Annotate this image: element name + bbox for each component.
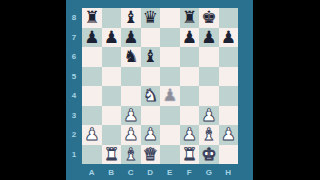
square-e5[interactable]: [160, 67, 180, 87]
white-piece-r-b1: ♜: [104, 145, 119, 165]
square-f7[interactable]: ♟: [180, 28, 200, 48]
white-piece-p-a2: ♟: [84, 125, 99, 145]
square-h1[interactable]: [219, 145, 239, 165]
square-a1[interactable]: [82, 145, 102, 165]
rank-label-8: 8: [66, 8, 82, 28]
square-h2[interactable]: ♟: [219, 125, 239, 145]
white-piece-p-f2: ♟: [182, 125, 197, 145]
square-a5[interactable]: [82, 67, 102, 87]
square-c8[interactable]: ♝: [121, 8, 141, 28]
square-c6[interactable]: ♞: [121, 47, 141, 67]
white-piece-r-f1: ♜: [182, 145, 197, 165]
square-g5[interactable]: [199, 67, 219, 87]
square-d1[interactable]: ♛: [141, 145, 161, 165]
square-a6[interactable]: [82, 47, 102, 67]
square-e2[interactable]: [160, 125, 180, 145]
square-a3[interactable]: [82, 106, 102, 126]
file-label-e: E: [160, 164, 180, 180]
square-b3[interactable]: [102, 106, 122, 126]
file-label-a: A: [82, 164, 102, 180]
white-piece-p-g3: ♟: [201, 106, 216, 126]
square-f5[interactable]: [180, 67, 200, 87]
rank-label-6: 6: [66, 47, 82, 67]
square-e7[interactable]: [160, 28, 180, 48]
square-b4[interactable]: [102, 86, 122, 106]
board-panel: 87654321 ♜♝♛♜♚♟♟♟♟♟♟♞♝♞♟♟♟♟♟♟♟♝♟♜♝♛♜♚ AB…: [66, 0, 253, 180]
black-piece-r-a8: ♜: [84, 8, 99, 28]
white-piece-p-h2: ♟: [221, 125, 236, 145]
white-piece-b-c1: ♝: [123, 145, 138, 165]
black-piece-n-c6: ♞: [123, 47, 138, 67]
black-piece-p-b7: ♟: [104, 28, 119, 48]
square-c1[interactable]: ♝: [121, 145, 141, 165]
square-e8[interactable]: [160, 8, 180, 28]
white-piece-n-d4: ♞: [143, 86, 158, 106]
file-label-d: D: [141, 164, 161, 180]
square-b8[interactable]: [102, 8, 122, 28]
square-g7[interactable]: ♟: [199, 28, 219, 48]
square-c2[interactable]: ♟: [121, 125, 141, 145]
square-b5[interactable]: [102, 67, 122, 87]
black-piece-q-d8: ♛: [143, 8, 158, 28]
white-piece-p-c2: ♟: [123, 125, 138, 145]
square-d2[interactable]: ♟: [141, 125, 161, 145]
square-b1[interactable]: ♜: [102, 145, 122, 165]
rank-label-1: 1: [66, 145, 82, 165]
square-g3[interactable]: ♟: [199, 106, 219, 126]
square-h6[interactable]: [219, 47, 239, 67]
square-g4[interactable]: [199, 86, 219, 106]
file-label-f: F: [180, 164, 200, 180]
square-f8[interactable]: ♜: [180, 8, 200, 28]
square-b2[interactable]: [102, 125, 122, 145]
square-c3[interactable]: ♟: [121, 106, 141, 126]
square-h5[interactable]: [219, 67, 239, 87]
square-g6[interactable]: [199, 47, 219, 67]
square-f3[interactable]: [180, 106, 200, 126]
square-c5[interactable]: [121, 67, 141, 87]
rank-labels: 87654321: [66, 8, 82, 164]
square-c4[interactable]: [121, 86, 141, 106]
square-f2[interactable]: ♟: [180, 125, 200, 145]
file-labels: ABCDEFGH: [82, 164, 238, 180]
square-g1[interactable]: ♚: [199, 145, 219, 165]
black-piece-p-f7: ♟: [182, 28, 197, 48]
square-a7[interactable]: ♟: [82, 28, 102, 48]
square-d5[interactable]: [141, 67, 161, 87]
black-piece-p-c7: ♟: [123, 28, 138, 48]
square-d4[interactable]: ♞: [141, 86, 161, 106]
black-piece-b-c8: ♝: [123, 8, 138, 28]
rank-label-7: 7: [66, 28, 82, 48]
square-f4[interactable]: [180, 86, 200, 106]
square-f6[interactable]: [180, 47, 200, 67]
square-b7[interactable]: ♟: [102, 28, 122, 48]
white-piece-p-d2: ♟: [143, 125, 158, 145]
file-label-h: H: [219, 164, 239, 180]
square-h8[interactable]: [219, 8, 239, 28]
square-e4[interactable]: ♟: [160, 86, 180, 106]
square-d8[interactable]: ♛: [141, 8, 161, 28]
white-piece-p-c3: ♟: [123, 106, 138, 126]
file-label-c: C: [121, 164, 141, 180]
square-e1[interactable]: [160, 145, 180, 165]
square-b6[interactable]: [102, 47, 122, 67]
ghost-black-piece-p-e4: ♟: [162, 86, 177, 106]
square-a2[interactable]: ♟: [82, 125, 102, 145]
rank-label-4: 4: [66, 86, 82, 106]
white-piece-k-g1: ♚: [201, 145, 216, 165]
black-piece-p-h7: ♟: [221, 28, 236, 48]
black-piece-p-a7: ♟: [84, 28, 99, 48]
square-d7[interactable]: [141, 28, 161, 48]
square-a8[interactable]: ♜: [82, 8, 102, 28]
square-e3[interactable]: [160, 106, 180, 126]
square-d6[interactable]: ♝: [141, 47, 161, 67]
square-h3[interactable]: [219, 106, 239, 126]
rank-label-5: 5: [66, 67, 82, 87]
black-piece-b-d6: ♝: [143, 47, 158, 67]
rank-label-3: 3: [66, 106, 82, 126]
square-g2[interactable]: ♝: [199, 125, 219, 145]
black-piece-k-g8: ♚: [201, 8, 216, 28]
white-piece-b-g2: ♝: [201, 125, 216, 145]
square-d3[interactable]: [141, 106, 161, 126]
black-piece-p-g7: ♟: [201, 28, 216, 48]
square-f1[interactable]: ♜: [180, 145, 200, 165]
chess-board[interactable]: ♜♝♛♜♚♟♟♟♟♟♟♞♝♞♟♟♟♟♟♟♟♝♟♜♝♛♜♚: [82, 8, 238, 164]
square-g8[interactable]: ♚: [199, 8, 219, 28]
file-label-g: G: [199, 164, 219, 180]
file-label-b: B: [102, 164, 122, 180]
square-h7[interactable]: ♟: [219, 28, 239, 48]
rank-label-2: 2: [66, 125, 82, 145]
white-piece-q-d1: ♛: [143, 145, 158, 165]
black-piece-r-f8: ♜: [182, 8, 197, 28]
square-e6[interactable]: [160, 47, 180, 67]
square-c7[interactable]: ♟: [121, 28, 141, 48]
video-frame: 87654321 ♜♝♛♜♚♟♟♟♟♟♟♞♝♞♟♟♟♟♟♟♟♝♟♜♝♛♜♚ AB…: [0, 0, 320, 180]
square-a4[interactable]: [82, 86, 102, 106]
square-h4[interactable]: [219, 86, 239, 106]
